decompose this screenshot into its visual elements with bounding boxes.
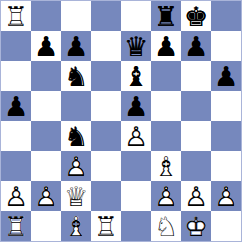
black-rook-outline: ♖ bbox=[154, 3, 178, 30]
square-h4[interactable] bbox=[211, 121, 241, 151]
square-b7[interactable]: ♟♙ bbox=[31, 31, 61, 61]
white-pawn-outline: ♙ bbox=[214, 183, 238, 210]
black-queen[interactable]: ♛♕ bbox=[124, 33, 148, 60]
square-h5[interactable] bbox=[211, 91, 241, 121]
white-rook-outline: ♖ bbox=[4, 3, 28, 30]
black-pawn[interactable]: ♟♙ bbox=[214, 63, 238, 90]
black-knight-outline: ♘ bbox=[64, 63, 88, 90]
square-e5[interactable]: ♟♙ bbox=[121, 91, 151, 121]
square-e8[interactable] bbox=[121, 1, 151, 31]
white-pawn-outline: ♙ bbox=[4, 183, 28, 210]
black-pawn[interactable]: ♟♙ bbox=[64, 33, 88, 60]
square-h2[interactable]: ♟♙ bbox=[211, 181, 241, 211]
square-c4[interactable]: ♞♘ bbox=[61, 121, 91, 151]
white-pawn[interactable]: ♟♙ bbox=[4, 183, 28, 210]
square-f3[interactable]: ♝♗ bbox=[151, 151, 181, 181]
white-rook[interactable]: ♜♖ bbox=[4, 3, 28, 30]
square-h8[interactable] bbox=[211, 1, 241, 31]
square-b4[interactable] bbox=[31, 121, 61, 151]
square-e4[interactable]: ♟♙ bbox=[121, 121, 151, 151]
square-c7[interactable]: ♟♙ bbox=[61, 31, 91, 61]
square-g6[interactable] bbox=[181, 61, 211, 91]
square-e6[interactable]: ♝♗ bbox=[121, 61, 151, 91]
black-pawn[interactable]: ♟♙ bbox=[4, 93, 28, 120]
white-rook[interactable]: ♜♖ bbox=[4, 213, 28, 240]
square-a1[interactable]: ♜♖ bbox=[1, 211, 31, 241]
square-a3[interactable] bbox=[1, 151, 31, 181]
black-rook[interactable]: ♜♖ bbox=[154, 3, 178, 30]
square-f7[interactable]: ♟♙ bbox=[151, 31, 181, 61]
square-a6[interactable] bbox=[1, 61, 31, 91]
white-pawn[interactable]: ♟♙ bbox=[64, 153, 88, 180]
black-queen-outline: ♕ bbox=[124, 33, 148, 60]
white-pawn[interactable]: ♟♙ bbox=[184, 183, 208, 210]
square-f1[interactable]: ♞♘ bbox=[151, 211, 181, 241]
black-king-outline: ♔ bbox=[184, 3, 208, 30]
square-e2[interactable] bbox=[121, 181, 151, 211]
square-d8[interactable] bbox=[91, 1, 121, 31]
square-c1[interactable]: ♝♗ bbox=[61, 211, 91, 241]
square-a5[interactable]: ♟♙ bbox=[1, 91, 31, 121]
square-f4[interactable] bbox=[151, 121, 181, 151]
black-bishop[interactable]: ♝♗ bbox=[124, 63, 148, 90]
square-a2[interactable]: ♟♙ bbox=[1, 181, 31, 211]
square-g1[interactable]: ♚♔ bbox=[181, 211, 211, 241]
white-bishop-outline: ♗ bbox=[154, 153, 178, 180]
square-g3[interactable] bbox=[181, 151, 211, 181]
black-knight-outline: ♘ bbox=[64, 123, 88, 150]
white-king-outline: ♔ bbox=[184, 213, 208, 240]
square-c3[interactable]: ♟♙ bbox=[61, 151, 91, 181]
black-knight[interactable]: ♞♘ bbox=[64, 63, 88, 90]
black-pawn-outline: ♙ bbox=[64, 33, 88, 60]
white-rook[interactable]: ♜♖ bbox=[94, 213, 118, 240]
white-pawn-outline: ♙ bbox=[184, 183, 208, 210]
white-pawn-outline: ♙ bbox=[154, 183, 178, 210]
black-pawn[interactable]: ♟♙ bbox=[34, 33, 58, 60]
black-pawn[interactable]: ♟♙ bbox=[154, 33, 178, 60]
white-pawn[interactable]: ♟♙ bbox=[214, 183, 238, 210]
square-g8[interactable]: ♚♔ bbox=[181, 1, 211, 31]
square-e1[interactable] bbox=[121, 211, 151, 241]
square-g7[interactable]: ♟♙ bbox=[181, 31, 211, 61]
white-bishop[interactable]: ♝♗ bbox=[64, 213, 88, 240]
white-knight-outline: ♘ bbox=[154, 213, 178, 240]
square-d4[interactable] bbox=[91, 121, 121, 151]
white-king[interactable]: ♚♔ bbox=[184, 213, 208, 240]
square-f8[interactable]: ♜♖ bbox=[151, 1, 181, 31]
square-d6[interactable] bbox=[91, 61, 121, 91]
black-pawn-outline: ♙ bbox=[124, 93, 148, 120]
square-d1[interactable]: ♜♖ bbox=[91, 211, 121, 241]
white-pawn-outline: ♙ bbox=[124, 123, 148, 150]
black-bishop-outline: ♗ bbox=[124, 63, 148, 90]
white-pawn-outline: ♙ bbox=[64, 153, 88, 180]
white-pawn[interactable]: ♟♙ bbox=[154, 183, 178, 210]
white-pawn-outline: ♙ bbox=[34, 183, 58, 210]
square-h3[interactable] bbox=[211, 151, 241, 181]
square-g4[interactable] bbox=[181, 121, 211, 151]
square-b2[interactable]: ♟♙ bbox=[31, 181, 61, 211]
white-bishop[interactable]: ♝♗ bbox=[154, 153, 178, 180]
square-d3[interactable] bbox=[91, 151, 121, 181]
black-pawn-outline: ♙ bbox=[184, 33, 208, 60]
white-knight[interactable]: ♞♘ bbox=[154, 213, 178, 240]
chess-board: ♜♖♜♖♚♔♟♙♟♙♛♕♟♙♟♙♞♘♝♗♟♙♟♙♟♙♞♘♟♙♟♙♝♗♟♙♟♙♛♕… bbox=[0, 0, 242, 242]
square-e7[interactable]: ♛♕ bbox=[121, 31, 151, 61]
white-bishop-outline: ♗ bbox=[64, 213, 88, 240]
square-f5[interactable] bbox=[151, 91, 181, 121]
square-f6[interactable] bbox=[151, 61, 181, 91]
black-king[interactable]: ♚♔ bbox=[184, 3, 208, 30]
white-rook-outline: ♖ bbox=[94, 213, 118, 240]
white-queen[interactable]: ♛♕ bbox=[64, 183, 88, 210]
black-knight[interactable]: ♞♘ bbox=[64, 123, 88, 150]
square-b5[interactable] bbox=[31, 91, 61, 121]
square-c2[interactable]: ♛♕ bbox=[61, 181, 91, 211]
square-h7[interactable] bbox=[211, 31, 241, 61]
square-a4[interactable] bbox=[1, 121, 31, 151]
square-h6[interactable]: ♟♙ bbox=[211, 61, 241, 91]
square-c6[interactable]: ♞♘ bbox=[61, 61, 91, 91]
black-pawn-outline: ♙ bbox=[4, 93, 28, 120]
white-pawn[interactable]: ♟♙ bbox=[124, 123, 148, 150]
black-pawn-outline: ♙ bbox=[154, 33, 178, 60]
square-b8[interactable] bbox=[31, 1, 61, 31]
square-h1[interactable] bbox=[211, 211, 241, 241]
square-b1[interactable] bbox=[31, 211, 61, 241]
square-d7[interactable] bbox=[91, 31, 121, 61]
square-c8[interactable] bbox=[61, 1, 91, 31]
black-pawn-outline: ♙ bbox=[214, 63, 238, 90]
square-d2[interactable] bbox=[91, 181, 121, 211]
square-g2[interactable]: ♟♙ bbox=[181, 181, 211, 211]
black-pawn-outline: ♙ bbox=[34, 33, 58, 60]
square-d5[interactable] bbox=[91, 91, 121, 121]
square-a8[interactable]: ♜♖ bbox=[1, 1, 31, 31]
white-rook-outline: ♖ bbox=[4, 213, 28, 240]
square-g5[interactable] bbox=[181, 91, 211, 121]
square-e3[interactable] bbox=[121, 151, 151, 181]
square-a7[interactable] bbox=[1, 31, 31, 61]
square-f2[interactable]: ♟♙ bbox=[151, 181, 181, 211]
white-queen-outline: ♕ bbox=[64, 183, 88, 210]
square-c5[interactable] bbox=[61, 91, 91, 121]
square-b6[interactable] bbox=[31, 61, 61, 91]
black-pawn[interactable]: ♟♙ bbox=[184, 33, 208, 60]
black-pawn[interactable]: ♟♙ bbox=[124, 93, 148, 120]
white-pawn[interactable]: ♟♙ bbox=[34, 183, 58, 210]
square-b3[interactable] bbox=[31, 151, 61, 181]
